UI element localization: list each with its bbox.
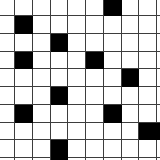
white-cell-r4c8[interactable] xyxy=(139,69,157,87)
white-cell-r8c5[interactable] xyxy=(86,140,104,158)
white-cell-r2c0[interactable] xyxy=(0,34,15,52)
black-cell-r3c5 xyxy=(86,52,104,70)
white-cell-r2c9[interactable] xyxy=(157,34,160,52)
black-cell-r5c3 xyxy=(51,87,69,105)
white-cell-r8c4[interactable] xyxy=(68,140,86,158)
white-cell-r0c0[interactable] xyxy=(0,0,15,16)
white-cell-r8c8[interactable] xyxy=(139,140,157,158)
black-cell-r8c3 xyxy=(51,140,69,158)
white-cell-r4c2[interactable] xyxy=(33,69,51,87)
white-cell-r3c0[interactable] xyxy=(0,52,15,70)
white-cell-r6c9[interactable] xyxy=(157,105,160,123)
white-cell-r6c5[interactable] xyxy=(86,105,104,123)
white-cell-r5c8[interactable] xyxy=(139,87,157,105)
white-cell-r2c2[interactable] xyxy=(33,34,51,52)
white-cell-r4c6[interactable] xyxy=(104,69,122,87)
white-cell-r4c0[interactable] xyxy=(0,69,15,87)
white-cell-r1c2[interactable] xyxy=(33,16,51,34)
white-cell-r0c2[interactable] xyxy=(33,0,51,16)
white-cell-r7c6[interactable] xyxy=(104,123,122,141)
white-cell-r0c9[interactable] xyxy=(157,0,160,16)
white-cell-r1c3[interactable] xyxy=(51,16,69,34)
white-cell-r9c2[interactable] xyxy=(33,158,51,160)
white-cell-r5c1[interactable] xyxy=(15,87,33,105)
white-cell-r7c3[interactable] xyxy=(51,123,69,141)
white-cell-r3c8[interactable] xyxy=(139,52,157,70)
white-cell-r9c7[interactable] xyxy=(122,158,140,160)
crossword-grid xyxy=(0,0,160,160)
white-cell-r5c9[interactable] xyxy=(157,87,160,105)
white-cell-r4c5[interactable] xyxy=(86,69,104,87)
white-cell-r6c8[interactable] xyxy=(139,105,157,123)
white-cell-r9c9[interactable] xyxy=(157,158,160,160)
white-cell-r6c0[interactable] xyxy=(0,105,15,123)
black-cell-r0c6 xyxy=(104,0,122,16)
white-cell-r5c7[interactable] xyxy=(122,87,140,105)
white-cell-r0c1[interactable] xyxy=(15,0,33,16)
white-cell-r9c1[interactable] xyxy=(15,158,33,160)
black-cell-r4c7 xyxy=(122,69,140,87)
screenshot-stage xyxy=(0,0,160,160)
white-cell-r5c5[interactable] xyxy=(86,87,104,105)
white-cell-r2c1[interactable] xyxy=(15,34,33,52)
white-cell-r0c7[interactable] xyxy=(122,0,140,16)
white-cell-r1c9[interactable] xyxy=(157,16,160,34)
white-cell-r4c3[interactable] xyxy=(51,69,69,87)
white-cell-r4c9[interactable] xyxy=(157,69,160,87)
white-cell-r7c1[interactable] xyxy=(15,123,33,141)
white-cell-r6c7[interactable] xyxy=(122,105,140,123)
white-cell-r2c7[interactable] xyxy=(122,34,140,52)
white-cell-r9c5[interactable] xyxy=(86,158,104,160)
white-cell-r1c6[interactable] xyxy=(104,16,122,34)
white-cell-r2c8[interactable] xyxy=(139,34,157,52)
black-cell-r9c3 xyxy=(51,158,69,160)
white-cell-r2c4[interactable] xyxy=(68,34,86,52)
white-cell-r3c6[interactable] xyxy=(104,52,122,70)
white-cell-r4c1[interactable] xyxy=(15,69,33,87)
white-cell-r3c9[interactable] xyxy=(157,52,160,70)
white-cell-r8c9[interactable] xyxy=(157,140,160,158)
white-cell-r3c2[interactable] xyxy=(33,52,51,70)
white-cell-r9c6[interactable] xyxy=(104,158,122,160)
white-cell-r3c7[interactable] xyxy=(122,52,140,70)
white-cell-r7c4[interactable] xyxy=(68,123,86,141)
white-cell-r9c0[interactable] xyxy=(0,158,15,160)
white-cell-r0c8[interactable] xyxy=(139,0,157,16)
white-cell-r6c4[interactable] xyxy=(68,105,86,123)
white-cell-r8c0[interactable] xyxy=(0,140,15,158)
black-cell-r3c1 xyxy=(15,52,33,70)
black-cell-r7c8 xyxy=(139,123,157,141)
white-cell-r8c6[interactable] xyxy=(104,140,122,158)
white-cell-r5c0[interactable] xyxy=(0,87,15,105)
white-cell-r1c7[interactable] xyxy=(122,16,140,34)
white-cell-r0c5[interactable] xyxy=(86,0,104,16)
black-cell-r6c6 xyxy=(104,105,122,123)
black-cell-r6c1 xyxy=(15,105,33,123)
white-cell-r7c2[interactable] xyxy=(33,123,51,141)
white-cell-r0c3[interactable] xyxy=(51,0,69,16)
white-cell-r5c6[interactable] xyxy=(104,87,122,105)
white-cell-r9c8[interactable] xyxy=(139,158,157,160)
white-cell-r1c0[interactable] xyxy=(0,16,15,34)
white-cell-r6c2[interactable] xyxy=(33,105,51,123)
white-cell-r1c4[interactable] xyxy=(68,16,86,34)
black-cell-r2c3 xyxy=(51,34,69,52)
white-cell-r5c2[interactable] xyxy=(33,87,51,105)
white-cell-r7c0[interactable] xyxy=(0,123,15,141)
white-cell-r6c3[interactable] xyxy=(51,105,69,123)
white-cell-r9c4[interactable] xyxy=(68,158,86,160)
white-cell-r8c2[interactable] xyxy=(33,140,51,158)
white-cell-r3c3[interactable] xyxy=(51,52,69,70)
white-cell-r8c7[interactable] xyxy=(122,140,140,158)
white-cell-r5c4[interactable] xyxy=(68,87,86,105)
white-cell-r3c4[interactable] xyxy=(68,52,86,70)
white-cell-r7c7[interactable] xyxy=(122,123,140,141)
white-cell-r2c5[interactable] xyxy=(86,34,104,52)
white-cell-r8c1[interactable] xyxy=(15,140,33,158)
white-cell-r7c5[interactable] xyxy=(86,123,104,141)
white-cell-r0c4[interactable] xyxy=(68,0,86,16)
white-cell-r2c6[interactable] xyxy=(104,34,122,52)
white-cell-r1c5[interactable] xyxy=(86,16,104,34)
black-cell-r1c1 xyxy=(15,16,33,34)
white-cell-r1c8[interactable] xyxy=(139,16,157,34)
black-cell-r7c9 xyxy=(157,123,160,141)
white-cell-r4c4[interactable] xyxy=(68,69,86,87)
